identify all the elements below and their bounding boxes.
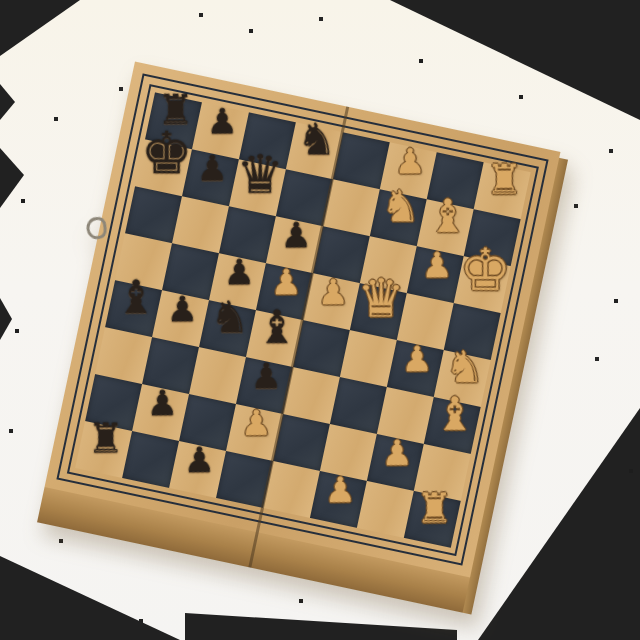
piece-white-pawn-f2[interactable]: ♟ [421, 248, 452, 283]
bg-corner-top-left [0, 0, 80, 56]
bg-bottom-band [185, 604, 457, 640]
piece-black-king-g8[interactable]: ♚ [140, 123, 192, 181]
piece-white-rook-h1[interactable]: ♜ [486, 159, 523, 200]
bg-left-blob-2 [0, 148, 24, 208]
bg-corner-bottom-left [0, 556, 180, 640]
piece-white-knight-d1[interactable]: ♞ [444, 345, 483, 389]
piece-white-pawn-d2[interactable]: ♟ [401, 342, 432, 377]
photo-scene: ♜♝♚♜♟♟♟♟♟♞♟♛♟♝♟♞♟♟♟♟♛♞♟♟♟♟♝♜♝♞♚♜ [0, 0, 640, 640]
clasp-hook-icon [85, 216, 107, 240]
bg-left-blob-3 [0, 298, 12, 340]
piece-white-pawn-h3[interactable]: ♟ [394, 144, 425, 179]
piece-black-pawn-c5[interactable]: ♟ [250, 359, 281, 394]
piece-white-rook-a1[interactable]: ♜ [416, 488, 453, 529]
piece-white-pawn-e4[interactable]: ♟ [317, 275, 348, 310]
piece-black-pawn-g7[interactable]: ♟ [196, 151, 227, 186]
piece-white-king-f1[interactable]: ♚ [459, 240, 511, 298]
piece-white-bishop-g2[interactable]: ♝ [427, 192, 468, 238]
piece-black-pawn-a6[interactable]: ♟ [183, 442, 214, 477]
piece-white-bishop-c1[interactable]: ♝ [434, 390, 475, 436]
piece-black-pawn-b7[interactable]: ♟ [146, 386, 177, 421]
piece-white-pawn-b5[interactable]: ♟ [240, 405, 271, 440]
piece-black-pawn-f5[interactable]: ♟ [280, 218, 311, 253]
bg-left-blob-1 [0, 84, 15, 120]
chess-board[interactable]: ♜♝♚♜♟♟♟♟♟♞♟♛♟♝♟♞♟♟♟♟♛♞♟♟♟♟♝♜♝♞♚♜ [45, 62, 561, 578]
bg-corner-top-right [390, 0, 640, 120]
piece-white-pawn-b2[interactable]: ♟ [381, 435, 412, 470]
piece-black-queen-g6[interactable]: ♛ [236, 147, 284, 200]
piece-white-pawn-a3[interactable]: ♟ [324, 472, 355, 507]
piece-black-knight-d6[interactable]: ♞ [210, 295, 249, 339]
piece-black-pawn-h7[interactable]: ♟ [206, 104, 237, 139]
piece-black-bishop-d5[interactable]: ♝ [256, 303, 297, 349]
piece-white-queen-e3[interactable]: ♛ [357, 271, 405, 324]
piece-black-pawn-d7[interactable]: ♟ [166, 292, 197, 327]
piece-black-bishop-d8[interactable]: ♝ [115, 273, 156, 319]
piece-black-rook-a8[interactable]: ♜ [87, 418, 124, 459]
piece-white-pawn-e5[interactable]: ♟ [270, 265, 301, 300]
piece-black-knight-h5[interactable]: ♞ [297, 117, 336, 161]
piece-white-knight-g3[interactable]: ♞ [381, 184, 420, 228]
piece-black-pawn-e6[interactable]: ♟ [223, 255, 254, 290]
dust-speckles [0, 0, 2, 2]
